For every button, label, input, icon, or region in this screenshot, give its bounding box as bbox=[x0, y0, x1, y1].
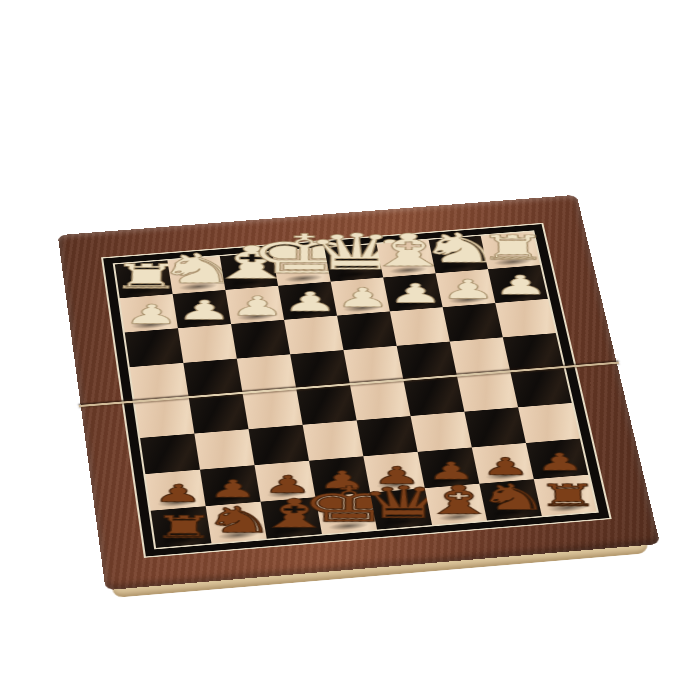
dark-pawn-f7[interactable]: ♟ bbox=[255, 461, 316, 502]
dark-pawn-glyph: ♟ bbox=[263, 473, 313, 497]
piece-shadow bbox=[211, 493, 253, 504]
dark-bishop-c8[interactable]: ♝ bbox=[425, 484, 487, 525]
square-f8[interactable]: ♝ bbox=[261, 497, 322, 539]
square-f6[interactable] bbox=[249, 425, 309, 465]
white-pawn-b2[interactable]: ♟ bbox=[436, 269, 496, 307]
piece-shadow bbox=[327, 521, 369, 532]
square-h3[interactable] bbox=[125, 328, 184, 367]
square-f3[interactable] bbox=[231, 320, 290, 359]
square-e7[interactable]: ♟ bbox=[309, 456, 370, 497]
dark-bishop-glyph: ♝ bbox=[418, 480, 499, 520]
piece-shadow bbox=[437, 511, 479, 522]
white-pawn-glyph: ♟ bbox=[492, 272, 549, 299]
square-h5[interactable] bbox=[135, 398, 194, 438]
chess-board: ♜♞♝♚♛♝♞♜♟♟♟♟♟♟♟♟♟♟♟♟♟♟♟♟♜♞♝♚♛♝♞♜ bbox=[58, 195, 660, 590]
scene: ♜♞♝♚♛♝♞♜♟♟♟♟♟♟♟♟♟♟♟♟♟♟♟♟♜♞♝♚♛♝♞♜ bbox=[0, 0, 700, 700]
dark-pawn-glyph: ♟ bbox=[481, 455, 531, 479]
white-pawn-d2[interactable]: ♟ bbox=[331, 277, 390, 315]
white-pawn-glyph: ♟ bbox=[335, 284, 392, 311]
square-g5[interactable] bbox=[189, 394, 249, 434]
square-a3[interactable] bbox=[495, 299, 555, 337]
white-rook-h1[interactable]: ♜ bbox=[115, 260, 173, 298]
dark-pawn-a7[interactable]: ♟ bbox=[526, 439, 588, 480]
dark-pawn-glyph: ♟ bbox=[372, 464, 421, 488]
dark-pawn-h7[interactable]: ♟ bbox=[145, 470, 205, 511]
dark-queen-d8[interactable]: ♛ bbox=[370, 488, 432, 529]
square-a7[interactable]: ♟ bbox=[526, 439, 588, 480]
square-d8[interactable]: ♛ bbox=[370, 488, 432, 529]
white-pawn-c2[interactable]: ♟ bbox=[383, 273, 442, 311]
dark-pawn-glyph: ♟ bbox=[427, 459, 477, 483]
dark-pawn-b7[interactable]: ♟ bbox=[472, 443, 534, 484]
piece-shadow bbox=[156, 497, 198, 508]
white-pawn-glyph: ♟ bbox=[123, 301, 181, 328]
white-pawn-g2[interactable]: ♟ bbox=[173, 290, 231, 328]
square-a5[interactable] bbox=[510, 368, 571, 408]
dark-knight-g8[interactable]: ♞ bbox=[206, 502, 267, 544]
dark-knight-glyph: ♞ bbox=[476, 480, 550, 516]
piece-shadow bbox=[539, 466, 581, 477]
square-c7[interactable]: ♟ bbox=[418, 447, 480, 488]
square-e3[interactable] bbox=[284, 316, 343, 355]
white-pawn-glyph: ♟ bbox=[176, 297, 233, 324]
square-e6[interactable] bbox=[303, 420, 364, 460]
dark-pawn-glyph: ♟ bbox=[535, 450, 585, 474]
square-a2[interactable]: ♟ bbox=[488, 265, 548, 303]
dark-queen-glyph: ♛ bbox=[359, 480, 449, 524]
square-f2[interactable]: ♟ bbox=[225, 286, 284, 324]
piece-shadow bbox=[375, 479, 417, 490]
piece-shadow bbox=[272, 525, 314, 536]
white-pawn-glyph: ♟ bbox=[387, 280, 444, 307]
square-d2[interactable]: ♟ bbox=[331, 277, 390, 315]
white-pawn-glyph: ♟ bbox=[282, 289, 339, 316]
square-e4[interactable] bbox=[290, 350, 350, 389]
square-e5[interactable] bbox=[296, 385, 356, 425]
square-b6[interactable] bbox=[464, 407, 526, 447]
dark-pawn-c7[interactable]: ♟ bbox=[418, 447, 480, 488]
square-h7[interactable]: ♟ bbox=[145, 470, 205, 511]
square-g2[interactable]: ♟ bbox=[173, 290, 231, 328]
square-a8[interactable]: ♜ bbox=[534, 475, 597, 516]
dark-rook-glyph: ♜ bbox=[152, 512, 216, 543]
white-pawn-e2[interactable]: ♟ bbox=[278, 282, 337, 320]
dark-knight-b8[interactable]: ♞ bbox=[479, 479, 541, 520]
square-b7[interactable]: ♟ bbox=[472, 443, 534, 484]
piece-shadow bbox=[547, 502, 589, 513]
dark-king-glyph: ♚ bbox=[299, 480, 399, 529]
dark-pawn-e7[interactable]: ♟ bbox=[309, 456, 370, 497]
square-h2[interactable]: ♟ bbox=[120, 294, 178, 332]
dark-pawn-glyph: ♟ bbox=[153, 482, 203, 506]
white-pawn-glyph: ♟ bbox=[440, 276, 497, 303]
dark-rook-h8[interactable]: ♜ bbox=[151, 506, 212, 548]
square-b5[interactable] bbox=[457, 372, 518, 412]
square-d4[interactable] bbox=[343, 346, 403, 385]
dark-pawn-d7[interactable]: ♟ bbox=[363, 452, 424, 493]
square-b4[interactable] bbox=[450, 337, 511, 376]
square-b3[interactable] bbox=[443, 303, 503, 342]
piece-shadow bbox=[492, 507, 534, 518]
white-pawn-a2[interactable]: ♟ bbox=[488, 265, 548, 303]
square-b8[interactable]: ♞ bbox=[479, 479, 541, 520]
square-f5[interactable] bbox=[243, 389, 303, 429]
piece-shadow bbox=[382, 516, 424, 527]
square-g6[interactable] bbox=[194, 429, 254, 469]
dark-king-e8[interactable]: ♚ bbox=[315, 493, 377, 534]
piece-shadow bbox=[484, 470, 526, 481]
square-d7[interactable]: ♟ bbox=[363, 452, 424, 493]
square-e2[interactable]: ♟ bbox=[278, 282, 337, 320]
board-border: ♜♞♝♚♛♝♞♜♟♟♟♟♟♟♟♟♟♟♟♟♟♟♟♟♜♞♝♚♛♝♞♜ bbox=[101, 223, 612, 558]
square-a4[interactable] bbox=[503, 333, 564, 372]
dark-pawn-glyph: ♟ bbox=[208, 477, 258, 501]
piece-shadow bbox=[266, 488, 308, 499]
square-c3[interactable] bbox=[390, 307, 450, 346]
square-c4[interactable] bbox=[397, 342, 457, 381]
square-g8[interactable]: ♞ bbox=[206, 502, 267, 544]
white-pawn-glyph: ♟ bbox=[229, 293, 286, 320]
dark-knight-glyph: ♞ bbox=[202, 502, 276, 538]
dark-rook-a8[interactable]: ♜ bbox=[534, 475, 597, 516]
piece-shadow bbox=[217, 530, 259, 541]
piece-shadow bbox=[321, 484, 363, 495]
white-rook-glyph: ♜ bbox=[110, 260, 183, 294]
square-d6[interactable] bbox=[357, 416, 418, 456]
dark-bishop-f8[interactable]: ♝ bbox=[261, 497, 322, 539]
dark-bishop-glyph: ♝ bbox=[253, 494, 334, 534]
square-h1[interactable]: ♜ bbox=[115, 260, 173, 298]
square-c8[interactable]: ♝ bbox=[425, 484, 487, 525]
square-g3[interactable] bbox=[178, 324, 237, 363]
piece-shadow bbox=[162, 534, 204, 545]
square-h8[interactable]: ♜ bbox=[151, 506, 212, 548]
brass-clasp bbox=[394, 549, 431, 564]
square-c6[interactable] bbox=[411, 412, 472, 452]
board-grid: ♜♞♝♚♛♝♞♜♟♟♟♟♟♟♟♟♟♟♟♟♟♟♟♟♜♞♝♚♛♝♞♜ bbox=[115, 232, 597, 548]
square-d5[interactable] bbox=[350, 381, 411, 421]
square-a6[interactable] bbox=[518, 403, 580, 443]
square-b2[interactable]: ♟ bbox=[436, 269, 496, 307]
piece-shadow bbox=[430, 475, 472, 486]
dark-rook-glyph: ♜ bbox=[536, 480, 600, 511]
dark-pawn-glyph: ♟ bbox=[318, 468, 367, 492]
dark-pawn-g7[interactable]: ♟ bbox=[200, 465, 261, 506]
square-f7[interactable]: ♟ bbox=[255, 461, 316, 502]
square-c5[interactable] bbox=[404, 376, 465, 416]
square-h6[interactable] bbox=[140, 434, 200, 475]
white-pawn-f2[interactable]: ♟ bbox=[225, 286, 284, 324]
white-pawn-h2[interactable]: ♟ bbox=[120, 294, 178, 332]
square-e8[interactable]: ♚ bbox=[315, 493, 377, 534]
square-g7[interactable]: ♟ bbox=[200, 465, 261, 506]
square-c2[interactable]: ♟ bbox=[383, 273, 442, 311]
square-d3[interactable] bbox=[337, 311, 397, 350]
